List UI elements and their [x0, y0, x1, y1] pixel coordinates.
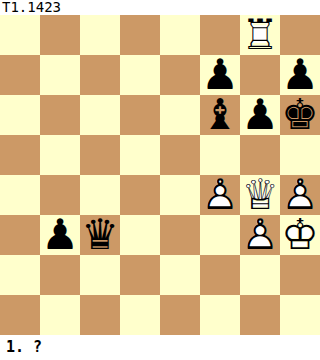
- move-prompt: 1. ?: [6, 338, 42, 356]
- square-e2[interactable]: [160, 255, 200, 295]
- square-d8[interactable]: [120, 15, 160, 55]
- square-a5[interactable]: [0, 135, 40, 175]
- square-d1[interactable]: [120, 295, 160, 335]
- black-king[interactable]: ♚: [280, 95, 320, 135]
- square-c6[interactable]: [80, 95, 120, 135]
- square-g5[interactable]: [240, 135, 280, 175]
- square-a3[interactable]: [0, 215, 40, 255]
- square-a1[interactable]: [0, 295, 40, 335]
- square-e8[interactable]: [160, 15, 200, 55]
- square-d3[interactable]: [120, 215, 160, 255]
- square-h2[interactable]: [280, 255, 320, 295]
- square-g4[interactable]: ♛♕: [240, 175, 280, 215]
- black-pawn[interactable]: ♟: [240, 95, 280, 135]
- white-pawn[interactable]: ♙: [240, 215, 280, 255]
- square-e4[interactable]: [160, 175, 200, 215]
- square-d5[interactable]: [120, 135, 160, 175]
- square-e7[interactable]: [160, 55, 200, 95]
- square-f6[interactable]: ♝: [200, 95, 240, 135]
- black-pawn[interactable]: ♟: [280, 55, 320, 95]
- chess-puzzle-window: T1.1423 ♜♖♟♟♝♟♚♟♙♛♕♟♙♟♛♟♙♚♔ 1. ?: [0, 0, 320, 360]
- white-rook[interactable]: ♖: [240, 15, 280, 55]
- black-pawn[interactable]: ♟: [40, 215, 80, 255]
- square-h3[interactable]: ♚♔: [280, 215, 320, 255]
- white-pawn[interactable]: ♙: [200, 175, 240, 215]
- square-b4[interactable]: [40, 175, 80, 215]
- square-b6[interactable]: [40, 95, 80, 135]
- square-a6[interactable]: [0, 95, 40, 135]
- square-f1[interactable]: [200, 295, 240, 335]
- square-b3[interactable]: ♟: [40, 215, 80, 255]
- square-b1[interactable]: [40, 295, 80, 335]
- square-h6[interactable]: ♚: [280, 95, 320, 135]
- square-e1[interactable]: [160, 295, 200, 335]
- square-e6[interactable]: [160, 95, 200, 135]
- square-f8[interactable]: [200, 15, 240, 55]
- square-d6[interactable]: [120, 95, 160, 135]
- square-a7[interactable]: [0, 55, 40, 95]
- square-g1[interactable]: [240, 295, 280, 335]
- square-b7[interactable]: [40, 55, 80, 95]
- black-queen[interactable]: ♛: [80, 215, 120, 255]
- square-b5[interactable]: [40, 135, 80, 175]
- square-c8[interactable]: [80, 15, 120, 55]
- square-f7[interactable]: ♟: [200, 55, 240, 95]
- square-g6[interactable]: ♟: [240, 95, 280, 135]
- square-f5[interactable]: [200, 135, 240, 175]
- black-pawn[interactable]: ♟: [200, 55, 240, 95]
- square-d4[interactable]: [120, 175, 160, 215]
- square-c4[interactable]: [80, 175, 120, 215]
- square-g2[interactable]: [240, 255, 280, 295]
- square-c3[interactable]: ♛: [80, 215, 120, 255]
- square-h4[interactable]: ♟♙: [280, 175, 320, 215]
- white-pawn[interactable]: ♙: [280, 175, 320, 215]
- black-bishop[interactable]: ♝: [200, 95, 240, 135]
- square-g7[interactable]: [240, 55, 280, 95]
- square-b8[interactable]: [40, 15, 80, 55]
- square-b2[interactable]: [40, 255, 80, 295]
- square-a8[interactable]: [0, 15, 40, 55]
- square-a2[interactable]: [0, 255, 40, 295]
- square-c7[interactable]: [80, 55, 120, 95]
- square-e5[interactable]: [160, 135, 200, 175]
- square-h1[interactable]: [280, 295, 320, 335]
- square-e3[interactable]: [160, 215, 200, 255]
- square-d7[interactable]: [120, 55, 160, 95]
- square-c5[interactable]: [80, 135, 120, 175]
- white-king[interactable]: ♔: [280, 215, 320, 255]
- square-g3[interactable]: ♟♙: [240, 215, 280, 255]
- square-d2[interactable]: [120, 255, 160, 295]
- square-f4[interactable]: ♟♙: [200, 175, 240, 215]
- square-a4[interactable]: [0, 175, 40, 215]
- square-h7[interactable]: ♟: [280, 55, 320, 95]
- chess-board: ♜♖♟♟♝♟♚♟♙♛♕♟♙♟♛♟♙♚♔: [0, 15, 320, 335]
- square-f2[interactable]: [200, 255, 240, 295]
- square-f3[interactable]: [200, 215, 240, 255]
- square-c2[interactable]: [80, 255, 120, 295]
- puzzle-id-label: T1.1423: [2, 0, 61, 15]
- square-g8[interactable]: ♜♖: [240, 15, 280, 55]
- square-h8[interactable]: [280, 15, 320, 55]
- white-queen[interactable]: ♕: [240, 175, 280, 215]
- square-h5[interactable]: [280, 135, 320, 175]
- square-c1[interactable]: [80, 295, 120, 335]
